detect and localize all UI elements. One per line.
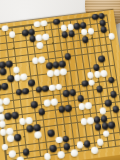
board-cell — [118, 143, 120, 152]
board-cell — [119, 104, 120, 112]
stones-grid — [0, 11, 120, 160]
go-board — [0, 10, 120, 160]
board-cell — [118, 97, 120, 105]
go-photo-scene — [0, 0, 120, 160]
